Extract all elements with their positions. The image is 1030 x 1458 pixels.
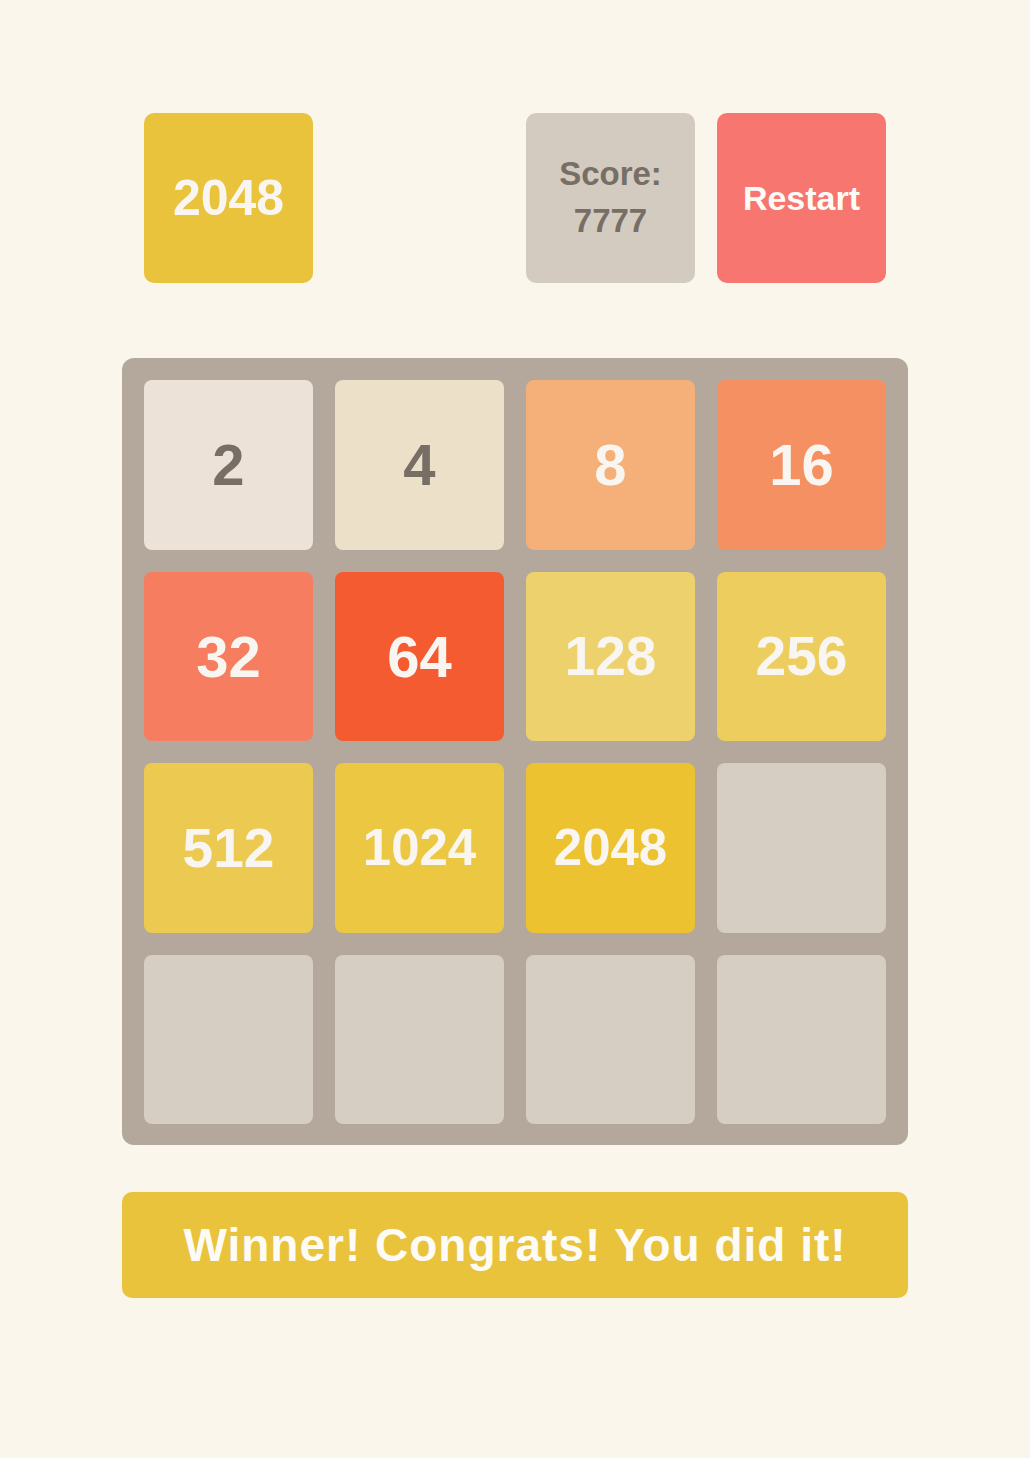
tile-r1c1: 64 bbox=[335, 572, 504, 742]
tile-r3c1 bbox=[335, 955, 504, 1125]
winner-banner: Winner! Congrats! You did it! bbox=[122, 1192, 908, 1298]
tile-r3c3 bbox=[717, 955, 886, 1125]
tile-r0c3: 16 bbox=[717, 380, 886, 550]
header: 2048 Score: 7777 Restart bbox=[122, 113, 908, 283]
board-grid: 2 4 8 16 32 64 128 256 512 1024 2048 bbox=[122, 358, 908, 1145]
tile-r3c0 bbox=[144, 955, 313, 1125]
tile-r3c2 bbox=[526, 955, 695, 1125]
tile-r1c2: 128 bbox=[526, 572, 695, 742]
score-label: Score: bbox=[559, 151, 662, 198]
tile-r2c3 bbox=[717, 763, 886, 933]
logo-tile: 2048 bbox=[144, 113, 313, 283]
score-value: 7777 bbox=[574, 198, 647, 245]
tile-r0c0: 2 bbox=[144, 380, 313, 550]
score-box: Score: 7777 bbox=[526, 113, 695, 283]
tile-r2c2: 2048 bbox=[526, 763, 695, 933]
tile-r1c0: 32 bbox=[144, 572, 313, 742]
tile-r2c1: 1024 bbox=[335, 763, 504, 933]
tile-r0c2: 8 bbox=[526, 380, 695, 550]
tile-r0c1: 4 bbox=[335, 380, 504, 550]
tile-r1c3: 256 bbox=[717, 572, 886, 742]
tile-r2c0: 512 bbox=[144, 763, 313, 933]
restart-button[interactable]: Restart bbox=[717, 113, 886, 283]
